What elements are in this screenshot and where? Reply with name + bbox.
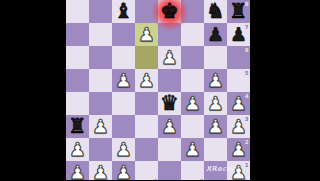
square-g8[interactable]: ♞ [204,0,227,23]
square-e3[interactable]: ♟ [158,115,181,138]
file-label-d: d [153,178,157,181]
white-pawn-g3[interactable]: ♟ [207,115,224,138]
square-a2[interactable]: ♟ [66,138,89,161]
square-c1[interactable]: ♟c [112,161,135,180]
square-b8[interactable] [89,0,112,23]
file-label-c: c [130,178,133,181]
square-c8[interactable]: ♝ [112,0,135,23]
square-h4[interactable]: ♟4 [227,92,250,115]
file-label-f: f [200,178,202,181]
rank-label-2: 2 [245,139,249,145]
black-knight-g8[interactable]: ♞ [206,0,225,23]
file-label-b: b [107,178,111,181]
square-a6[interactable] [66,46,89,69]
square-b4[interactable] [89,92,112,115]
black-pawn-g7[interactable]: ♟ [207,23,224,46]
square-a7[interactable] [66,23,89,46]
square-h1[interactable]: ♟1h [227,161,250,180]
square-e5[interactable] [158,69,181,92]
white-pawn-e6[interactable]: ♟ [161,46,178,69]
file-label-e: e [176,178,180,181]
square-d4[interactable] [135,92,158,115]
black-rook-a3[interactable]: ♜ [68,115,87,138]
square-e6[interactable]: ♟ [158,46,181,69]
square-c6[interactable] [112,46,135,69]
black-queen-e4[interactable]: ♛ [160,92,179,115]
square-c5[interactable]: ♟ [112,69,135,92]
square-b3[interactable]: ♟ [89,115,112,138]
square-g6[interactable] [204,46,227,69]
square-e4[interactable]: ♛ [158,92,181,115]
file-label-a: a [84,178,88,181]
square-d1[interactable]: d [135,161,158,180]
square-f6[interactable] [181,46,204,69]
square-b2[interactable] [89,138,112,161]
square-d2[interactable] [135,138,158,161]
white-pawn-g5[interactable]: ♟ [207,69,224,92]
white-pawn-f4[interactable]: ♟ [184,92,201,115]
square-d5[interactable]: ♟ [135,69,158,92]
white-pawn-e3[interactable]: ♟ [161,115,178,138]
square-a5[interactable] [66,69,89,92]
square-h3[interactable]: ♟3 [227,115,250,138]
file-label-h: h [245,178,249,181]
rank-label-5: 5 [245,70,249,76]
square-h8[interactable]: ♜8 [227,0,250,23]
square-d8[interactable] [135,0,158,23]
file-label-g: g [222,178,226,181]
square-g7[interactable]: ♟ [204,23,227,46]
square-b5[interactable] [89,69,112,92]
rank-label-8: 8 [245,1,249,7]
square-b7[interactable] [89,23,112,46]
square-e7[interactable] [158,23,181,46]
square-f2[interactable]: ♟ [181,138,204,161]
square-e1[interactable]: e [158,161,181,180]
square-f8[interactable] [181,0,204,23]
square-c7[interactable] [112,23,135,46]
white-pawn-c2[interactable]: ♟ [115,138,132,161]
square-a1[interactable]: ♟a [66,161,89,180]
square-h7[interactable]: ♟7 [227,23,250,46]
square-e2[interactable] [158,138,181,161]
square-h5[interactable]: 5 [227,69,250,92]
square-g4[interactable]: ♟ [204,92,227,115]
square-c2[interactable]: ♟ [112,138,135,161]
square-f1[interactable]: f [181,161,204,180]
letterbox-left [0,0,66,180]
white-pawn-c5[interactable]: ♟ [115,69,132,92]
white-pawn-a2[interactable]: ♟ [69,138,86,161]
square-c4[interactable] [112,92,135,115]
square-g2[interactable] [204,138,227,161]
white-pawn-d5[interactable]: ♟ [138,69,155,92]
white-pawn-d7[interactable]: ♟ [138,23,155,46]
rank-label-4: 4 [245,93,249,99]
square-c3[interactable] [112,115,135,138]
square-a3[interactable]: ♜ [66,115,89,138]
square-d6[interactable] [135,46,158,69]
video-frame: ♝♚♞♜8♟♟♟7♟6♟♟♟5♛♟♟♟4♜♟♟♟♟3♟♟♟♟2♟a♟b♟cdef… [0,0,320,180]
square-h2[interactable]: ♟2 [227,138,250,161]
chess-board[interactable]: ♝♚♞♜8♟♟♟7♟6♟♟♟5♛♟♟♟4♜♟♟♟♟3♟♟♟♟2♟a♟b♟cdef… [66,0,250,180]
letterbox-right [250,0,320,180]
rank-label-6: 6 [245,47,249,53]
white-pawn-g4[interactable]: ♟ [207,92,224,115]
square-e8[interactable]: ♚ [158,0,181,23]
square-g3[interactable]: ♟ [204,115,227,138]
square-h6[interactable]: 6 [227,46,250,69]
square-a4[interactable] [66,92,89,115]
square-f3[interactable] [181,115,204,138]
black-king-e8[interactable]: ♚ [160,0,179,23]
square-a8[interactable] [66,0,89,23]
black-bishop-c8[interactable]: ♝ [114,0,133,23]
square-f4[interactable]: ♟ [181,92,204,115]
square-g5[interactable]: ♟ [204,69,227,92]
square-b6[interactable] [89,46,112,69]
rank-label-1: 1 [245,162,249,168]
rank-label-7: 7 [245,24,249,30]
white-pawn-f2[interactable]: ♟ [184,138,201,161]
white-pawn-b3[interactable]: ♟ [92,115,109,138]
square-d7[interactable]: ♟ [135,23,158,46]
square-f5[interactable] [181,69,204,92]
square-f7[interactable] [181,23,204,46]
square-g1[interactable]: g [204,161,227,180]
square-d3[interactable] [135,115,158,138]
rank-label-3: 3 [245,116,249,122]
square-b1[interactable]: ♟b [89,161,112,180]
